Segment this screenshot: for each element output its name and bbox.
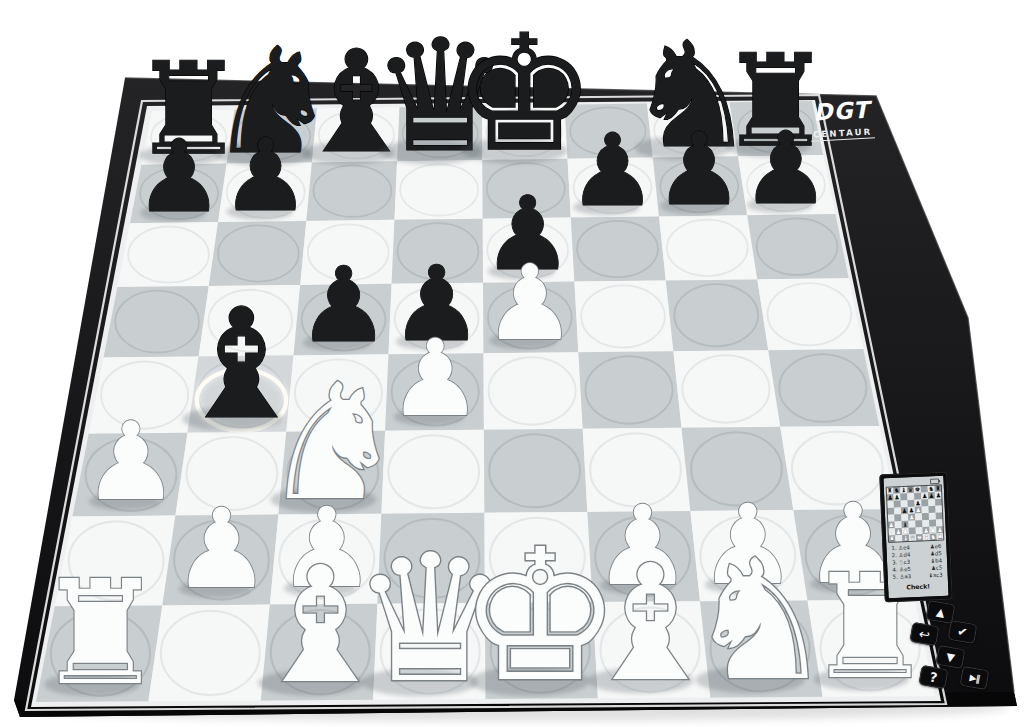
lcd-square-f5 [922, 506, 929, 513]
lcd-square-a6 [887, 501, 894, 508]
lcd-square-b4 [894, 514, 901, 521]
piece-black-pawn-a7[interactable]: ♟ [134, 118, 224, 235]
lcd-square-b5 [894, 507, 901, 514]
lcd-move-white-4: 4. ♙e5 [892, 566, 911, 573]
piece-white-pawn-a3[interactable]: ♟ [83, 399, 180, 524]
lcd-square-g4 [929, 513, 936, 520]
lcd-piece-black-pawn: ♟ [935, 491, 941, 498]
lcd-piece-white-pawn: ♟ [915, 506, 921, 513]
dgt-logo: DGT CENTAUR [797, 98, 887, 142]
lcd-piece-black-pawn: ♟ [887, 493, 893, 500]
lcd-square-h4 [936, 512, 943, 519]
lcd-move-white-3: 3. ♘c3 [892, 559, 910, 566]
lcd-piece-white-pawn: ♟ [888, 521, 894, 528]
lcd-move-black-4: ♟c5 [931, 564, 942, 570]
lcd-piece-white-knight: ♞ [930, 533, 936, 540]
lcd-square-d7 [907, 493, 914, 500]
lcd-piece-black-pawn: ♟ [902, 507, 908, 514]
lcd-move-black-5: ♝xc3 [928, 572, 943, 579]
square-h4 [768, 349, 879, 427]
lcd-status-text: Check! [906, 582, 930, 590]
lcd-screen: ♜♞♝♛♚♞♜♟♟♟♟♟♟♟♟♟♟♟♝♟♟♟♟♟♜♝♛♚♝♞♜1. ♙e4♟e6… [879, 472, 953, 603]
square-h5 [757, 278, 863, 350]
piece-white-rook-a1[interactable]: ♜ [36, 549, 165, 717]
square-f4 [578, 351, 681, 429]
lcd-square-e3 [915, 520, 922, 527]
piece-black-pawn-g7[interactable]: ♟ [654, 111, 744, 228]
lcd-piece-black-bishop: ♝ [901, 486, 907, 493]
piece-black-pawn-b7[interactable]: ♟ [221, 117, 311, 234]
lcd-square-e4 [915, 513, 922, 520]
lcd-square-f6 [921, 499, 928, 506]
lcd-piece-white-bishop: ♝ [923, 533, 929, 540]
piece-white-pawn-e5[interactable]: ♟ [483, 242, 576, 364]
lcd-move-white-1: 1. ♙e4 [891, 544, 910, 551]
lcd-piece-black-pawn: ♟ [894, 493, 900, 500]
square-e4 [484, 352, 583, 430]
lcd-square-b1 [895, 535, 902, 542]
lcd-piece-white-bishop: ♝ [903, 534, 909, 541]
lcd-square-d3 [908, 521, 915, 528]
lcd-piece-black-pawn: ♟ [922, 492, 928, 499]
lcd-square-g6 [928, 499, 935, 506]
lcd-piece-white-pawn: ♟ [896, 528, 902, 535]
lcd-piece-black-queen: ♛ [908, 486, 914, 493]
square-g4 [673, 350, 780, 428]
lcd-square-c7 [900, 493, 907, 500]
lcd-move-black-2: ♟d5 [930, 550, 942, 557]
lcd-piece-white-king: ♚ [917, 534, 923, 541]
square-e3 [484, 429, 588, 513]
lcd-piece-white-rook: ♜ [889, 535, 895, 542]
lcd-square-h5 [935, 506, 942, 513]
lcd-piece-white-rook: ♜ [937, 533, 943, 540]
lcd-content: ♜♞♝♛♚♞♜♟♟♟♟♟♟♟♟♟♟♟♝♟♟♟♟♟♜♝♛♚♝♞♜1. ♙e4♟e6… [883, 476, 948, 599]
lcd-square-b6 [894, 500, 901, 507]
lcd-piece-black-pawn: ♟ [929, 492, 935, 499]
piece-black-pawn-f7[interactable]: ♟ [568, 112, 658, 229]
dgt-centaur-product-photo: ♜♞♝♛♚♞♜♟♟♟♟♟♟♟♟♟♝♟♟♞♟♟♟♟♟♜♝♛♚♝♞♜ DGT CEN… [0, 0, 1024, 727]
lcd-square-f4 [922, 513, 929, 520]
lcd-square-h6 [935, 499, 942, 506]
lcd-square-g5 [928, 506, 935, 513]
lcd-move-black-3: ♝b4 [930, 557, 943, 564]
battery-icon-tip [939, 480, 940, 482]
square-g5 [666, 279, 769, 351]
lcd-move-white-5: 5. ♙a3 [893, 573, 912, 580]
square-f5 [574, 281, 673, 353]
lcd-piece-black-king: ♚ [914, 485, 920, 492]
lcd-move-white-2: 2. ♙d4 [892, 551, 911, 558]
lcd-piece-white-queen: ♛ [910, 534, 916, 541]
piece-black-pawn-c5[interactable]: ♟ [297, 244, 390, 366]
lcd-move-black-1: ♟e6 [930, 543, 942, 550]
lcd-piece-white-pawn: ♟ [909, 513, 915, 520]
lcd-square-a5 [887, 508, 894, 515]
dgt-brand-text: DGT [797, 98, 886, 126]
